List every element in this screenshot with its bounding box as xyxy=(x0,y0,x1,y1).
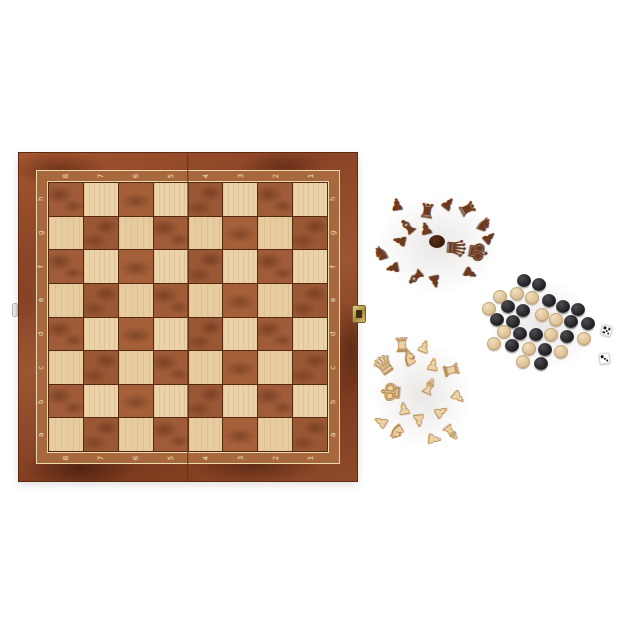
checker-disc-black xyxy=(581,317,595,330)
board-square xyxy=(119,385,153,418)
board-square xyxy=(189,284,223,317)
checker-disc-black xyxy=(490,313,504,326)
board-square xyxy=(84,250,118,283)
coordinate-label: c xyxy=(25,363,59,373)
chess-piece-light-pawn: ♟ xyxy=(396,400,413,418)
coordinate-label: a xyxy=(317,430,351,440)
board-square xyxy=(154,385,188,418)
checker-disc-natural xyxy=(525,291,539,304)
coordinate-label: h xyxy=(25,194,59,204)
coordinate-label: 4 xyxy=(201,441,211,476)
coordinate-label: g xyxy=(317,228,351,238)
die-face-3 xyxy=(598,352,610,364)
checker-disc-black xyxy=(529,328,543,341)
coordinate-label: 5 xyxy=(166,159,176,194)
board-square xyxy=(189,318,223,351)
coordinate-label: 8 xyxy=(61,159,71,194)
coordinate-label: 3 xyxy=(236,159,246,194)
die-pip xyxy=(606,331,609,334)
checker-disc-black xyxy=(517,274,531,287)
checker-disc-natural xyxy=(554,345,568,358)
checker-disc-natural xyxy=(535,308,549,321)
coordinate-label: 6 xyxy=(131,159,141,194)
board-square xyxy=(119,250,153,283)
chess-piece-dark-pawn: ♟ xyxy=(426,272,443,291)
coordinate-label: 7 xyxy=(96,159,106,194)
checker-disc-black xyxy=(516,304,530,317)
board-square xyxy=(84,385,118,418)
board-square xyxy=(189,217,223,250)
board-square xyxy=(84,318,118,351)
file-labels-right: hgfedcba xyxy=(329,182,339,452)
board-square xyxy=(189,385,223,418)
checker-disc-natural xyxy=(487,337,501,350)
board-square xyxy=(119,318,153,351)
coordinate-label: f xyxy=(25,261,59,271)
coordinate-label: d xyxy=(25,329,59,339)
board-square xyxy=(154,351,188,384)
board-square xyxy=(119,351,153,384)
coordinate-label: 2 xyxy=(271,159,281,194)
checker-disc-natural xyxy=(510,287,524,300)
file-labels-left: hgfedcba xyxy=(37,182,47,452)
coordinate-label: c xyxy=(317,363,351,373)
chess-piece-light-pawn: ♟ xyxy=(411,411,427,428)
coordinate-label: 1 xyxy=(306,441,316,476)
checker-disc-natural xyxy=(516,355,530,368)
coordinate-label: 4 xyxy=(201,159,211,194)
checker-disc-black xyxy=(534,357,548,370)
chess-piece-light-pawn: ♟ xyxy=(425,431,442,447)
coordinate-label: f xyxy=(317,261,351,271)
board-square xyxy=(258,250,292,283)
checker-disc-black xyxy=(560,330,574,343)
board-square xyxy=(154,250,188,283)
coordinate-label: 3 xyxy=(236,441,246,476)
checker-disc-black xyxy=(571,303,585,316)
die-pip xyxy=(602,330,605,333)
board-square xyxy=(189,250,223,283)
board-square xyxy=(154,318,188,351)
board-square xyxy=(223,318,257,351)
chess-piece-dark-pawn: ♟ xyxy=(389,196,405,214)
board-square xyxy=(223,250,257,283)
coordinate-label: b xyxy=(317,396,351,406)
board-square xyxy=(258,217,292,250)
board-square xyxy=(84,351,118,384)
board-square xyxy=(258,318,292,351)
checker-disc-natural xyxy=(577,332,591,345)
product-photo: 87654321 87654321 hgfedcba hgfedcba ♟♜♟♜… xyxy=(0,0,640,640)
board-square xyxy=(223,217,257,250)
coordinate-label: a xyxy=(25,430,59,440)
board-square xyxy=(154,217,188,250)
checker-disc-black xyxy=(538,343,552,356)
coordinate-label: 2 xyxy=(271,441,281,476)
checker-disc-natural xyxy=(497,325,511,338)
coordinate-label: h xyxy=(317,194,351,204)
hinge-nub xyxy=(12,303,18,317)
clasp-latch xyxy=(352,305,366,323)
die-face-5 xyxy=(599,323,612,336)
coordinate-label: g xyxy=(25,228,59,238)
board-square xyxy=(84,284,118,317)
checker-disc-black xyxy=(501,300,515,313)
piece-felt-base xyxy=(429,235,445,248)
coordinate-label: d xyxy=(317,329,351,339)
chessboard: 87654321 87654321 hgfedcba hgfedcba xyxy=(18,152,358,482)
board-square xyxy=(223,351,257,384)
die-pip xyxy=(605,359,607,361)
board-square xyxy=(119,284,153,317)
checker-disc-natural xyxy=(549,313,563,326)
board-square xyxy=(154,284,188,317)
checker-disc-black xyxy=(513,327,527,340)
checker-disc-black xyxy=(532,278,546,291)
coordinate-label: b xyxy=(25,396,59,406)
coordinate-label: 1 xyxy=(306,159,316,194)
checker-disc-black xyxy=(542,294,556,307)
checker-disc-black xyxy=(564,315,578,328)
die-pip xyxy=(607,327,610,330)
coordinate-label: e xyxy=(25,295,59,305)
checker-disc-natural xyxy=(522,342,536,355)
coordinate-label: e xyxy=(317,295,351,305)
coordinate-label: 6 xyxy=(131,441,141,476)
coordinate-label: 7 xyxy=(96,441,106,476)
board-square xyxy=(258,351,292,384)
chess-piece-dark-pawn: ♟ xyxy=(391,232,410,249)
board-square xyxy=(119,217,153,250)
coordinate-label: 5 xyxy=(166,441,176,476)
board-square xyxy=(189,351,223,384)
fold-seam xyxy=(187,152,189,482)
board-square xyxy=(223,284,257,317)
board-square xyxy=(223,385,257,418)
checker-disc-black xyxy=(556,300,570,313)
board-square xyxy=(258,284,292,317)
checker-disc-natural xyxy=(544,328,558,341)
coordinate-label: 8 xyxy=(61,441,71,476)
board-square xyxy=(258,385,292,418)
board-square xyxy=(84,217,118,250)
checker-disc-black xyxy=(505,339,519,352)
